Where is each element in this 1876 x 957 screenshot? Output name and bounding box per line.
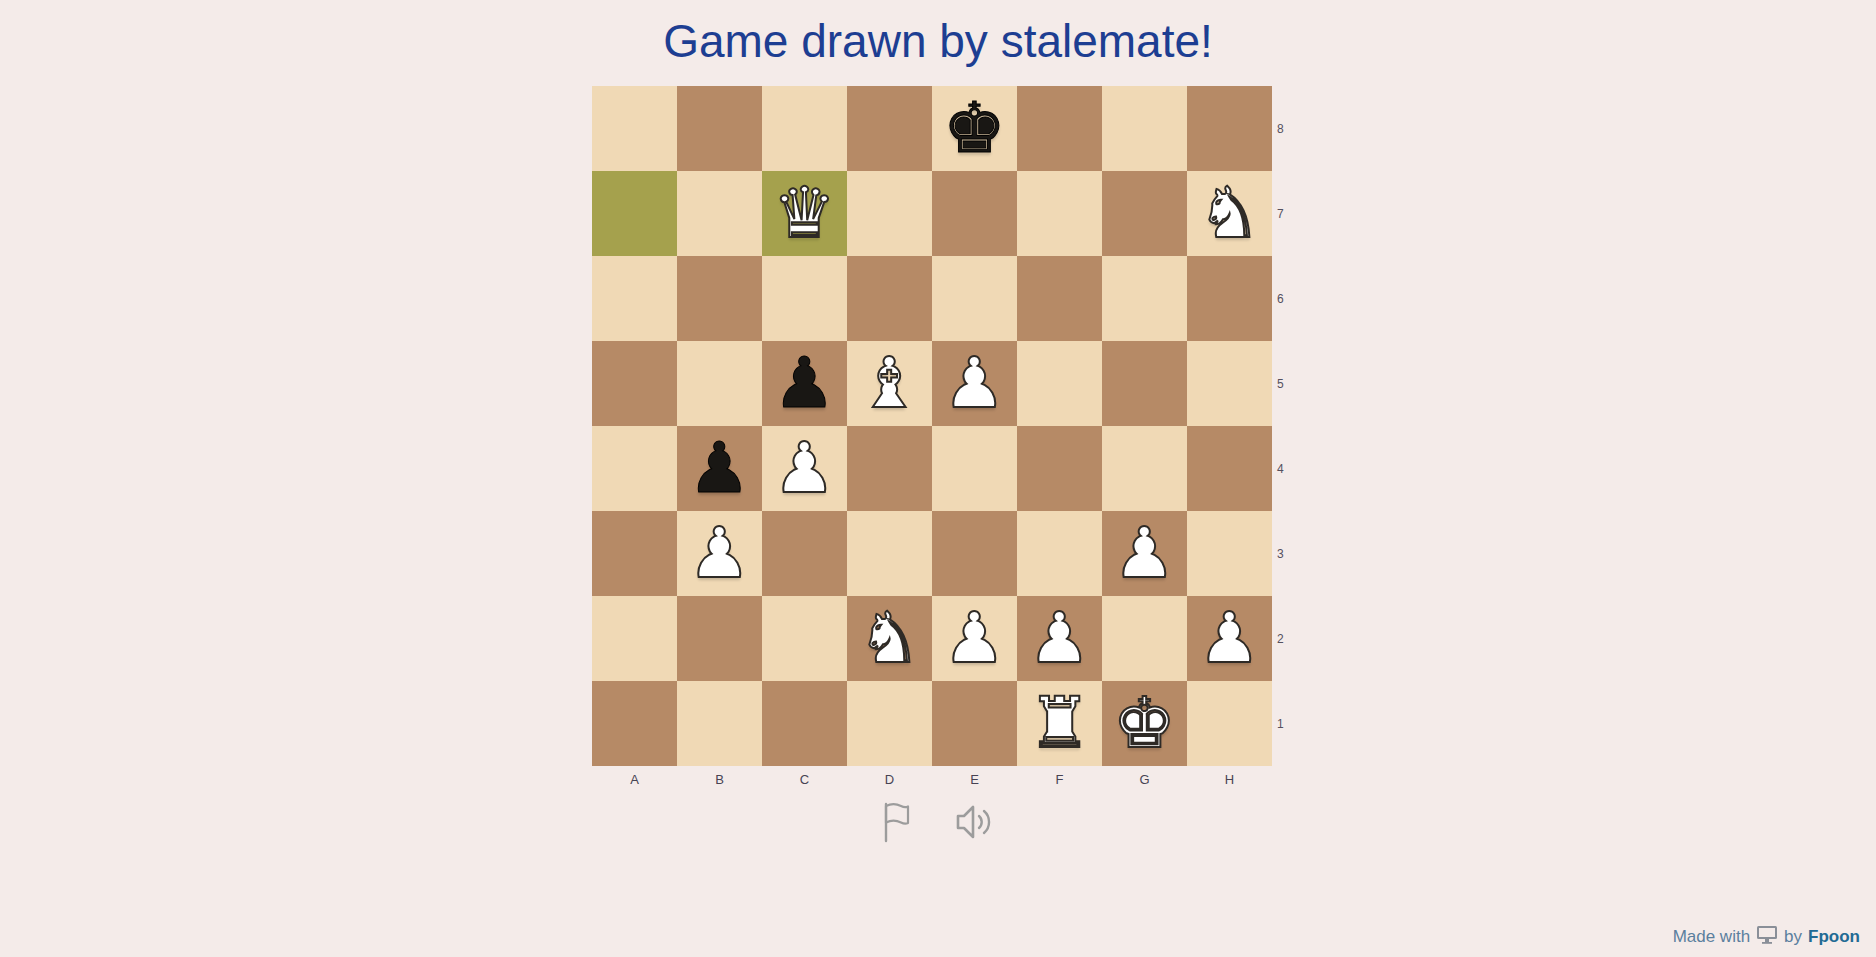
file-label-g: G [1102, 772, 1187, 787]
square-f6[interactable] [1017, 256, 1102, 341]
square-c2[interactable] [762, 596, 847, 681]
square-e6[interactable] [932, 256, 1017, 341]
square-f1[interactable]: ♜ [1017, 681, 1102, 766]
square-g7[interactable] [1102, 171, 1187, 256]
square-h4[interactable] [1187, 426, 1272, 511]
black-pawn[interactable]: ♟ [677, 426, 762, 511]
square-e7[interactable] [932, 171, 1017, 256]
flag-icon [878, 832, 914, 847]
white-pawn[interactable]: ♟ [932, 596, 1017, 681]
black-king[interactable]: ♚ [932, 86, 1017, 171]
square-h3[interactable] [1187, 511, 1272, 596]
file-label-b: B [677, 772, 762, 787]
square-a3[interactable] [592, 511, 677, 596]
square-g8[interactable] [1102, 86, 1187, 171]
sound-toggle-button[interactable] [952, 802, 998, 842]
file-label-h: H [1187, 772, 1272, 787]
white-pawn[interactable]: ♟ [762, 426, 847, 511]
square-c5[interactable]: ♟ [762, 341, 847, 426]
credits-by: by [1784, 927, 1802, 947]
rank-label-5: 5 [1277, 341, 1297, 426]
credits: Made with by Fpoon [1673, 924, 1860, 949]
file-label-a: A [592, 772, 677, 787]
square-b1[interactable] [677, 681, 762, 766]
square-d1[interactable] [847, 681, 932, 766]
rank-label-7: 7 [1277, 171, 1297, 256]
square-a5[interactable] [592, 341, 677, 426]
square-e5[interactable]: ♟ [932, 341, 1017, 426]
square-e8[interactable]: ♚ [932, 86, 1017, 171]
square-b3[interactable]: ♟ [677, 511, 762, 596]
square-a8[interactable] [592, 86, 677, 171]
rank-label-6: 6 [1277, 256, 1297, 341]
square-f2[interactable]: ♟ [1017, 596, 1102, 681]
square-g6[interactable] [1102, 256, 1187, 341]
square-g3[interactable]: ♟ [1102, 511, 1187, 596]
credits-prefix: Made with [1673, 927, 1750, 947]
author-link[interactable]: Fpoon [1808, 927, 1860, 947]
square-e3[interactable] [932, 511, 1017, 596]
square-f8[interactable] [1017, 86, 1102, 171]
black-pawn[interactable]: ♟ [762, 341, 847, 426]
square-c3[interactable] [762, 511, 847, 596]
rank-label-8: 8 [1277, 86, 1297, 171]
square-h2[interactable]: ♟ [1187, 596, 1272, 681]
square-g1[interactable]: ♚ [1102, 681, 1187, 766]
white-pawn[interactable]: ♟ [932, 341, 1017, 426]
rank-label-2: 2 [1277, 596, 1297, 681]
white-knight[interactable]: ♞ [1187, 171, 1272, 256]
square-c1[interactable] [762, 681, 847, 766]
square-h6[interactable] [1187, 256, 1272, 341]
square-h1[interactable] [1187, 681, 1272, 766]
square-g4[interactable] [1102, 426, 1187, 511]
square-d7[interactable] [847, 171, 932, 256]
file-label-f: F [1017, 772, 1102, 787]
square-b5[interactable] [677, 341, 762, 426]
white-pawn[interactable]: ♟ [1187, 596, 1272, 681]
square-b4[interactable]: ♟ [677, 426, 762, 511]
board-grid[interactable]: ♚♛♞♟♝♟♟♟♟♟♞♟♟♟♜♚ [592, 86, 1272, 766]
square-a4[interactable] [592, 426, 677, 511]
square-d4[interactable] [847, 426, 932, 511]
square-d2[interactable]: ♞ [847, 596, 932, 681]
square-a1[interactable] [592, 681, 677, 766]
square-d8[interactable] [847, 86, 932, 171]
square-f5[interactable] [1017, 341, 1102, 426]
white-queen[interactable]: ♛ [762, 171, 847, 256]
square-h5[interactable] [1187, 341, 1272, 426]
square-g5[interactable] [1102, 341, 1187, 426]
square-c8[interactable] [762, 86, 847, 171]
white-pawn[interactable]: ♟ [1102, 511, 1187, 596]
chess-board[interactable]: ♚♛♞♟♝♟♟♟♟♟♞♟♟♟♜♚ 87654321 ABCDEFGH [592, 86, 1272, 766]
resign-flag-button[interactable] [878, 800, 914, 844]
square-h8[interactable] [1187, 86, 1272, 171]
square-b2[interactable] [677, 596, 762, 681]
square-a6[interactable] [592, 256, 677, 341]
status-title: Game drawn by stalemate! [0, 14, 1876, 68]
square-a2[interactable] [592, 596, 677, 681]
speaker-icon [952, 830, 998, 845]
rank-label-3: 3 [1277, 511, 1297, 596]
square-d6[interactable] [847, 256, 932, 341]
square-f7[interactable] [1017, 171, 1102, 256]
file-label-e: E [932, 772, 1017, 787]
square-g2[interactable] [1102, 596, 1187, 681]
square-d3[interactable] [847, 511, 932, 596]
white-bishop[interactable]: ♝ [847, 341, 932, 426]
rank-label-4: 4 [1277, 426, 1297, 511]
game-controls [0, 800, 1876, 844]
square-a7[interactable] [592, 171, 677, 256]
white-king[interactable]: ♚ [1102, 681, 1187, 766]
white-pawn[interactable]: ♟ [677, 511, 762, 596]
white-pawn[interactable]: ♟ [1017, 596, 1102, 681]
computer-icon [1756, 924, 1778, 949]
file-label-d: D [847, 772, 932, 787]
rank-label-1: 1 [1277, 681, 1297, 766]
square-c7[interactable]: ♛ [762, 171, 847, 256]
square-e4[interactable] [932, 426, 1017, 511]
square-d5[interactable]: ♝ [847, 341, 932, 426]
square-c4[interactable]: ♟ [762, 426, 847, 511]
square-e2[interactable]: ♟ [932, 596, 1017, 681]
square-b8[interactable] [677, 86, 762, 171]
white-rook[interactable]: ♜ [1017, 681, 1102, 766]
square-h7[interactable]: ♞ [1187, 171, 1272, 256]
square-e1[interactable] [932, 681, 1017, 766]
white-knight[interactable]: ♞ [847, 596, 932, 681]
square-f4[interactable] [1017, 426, 1102, 511]
file-label-c: C [762, 772, 847, 787]
square-b6[interactable] [677, 256, 762, 341]
square-b7[interactable] [677, 171, 762, 256]
square-c6[interactable] [762, 256, 847, 341]
square-f3[interactable] [1017, 511, 1102, 596]
